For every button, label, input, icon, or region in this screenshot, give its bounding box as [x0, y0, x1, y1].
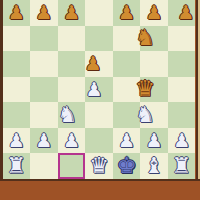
orange-pawn: ♟	[35, 3, 52, 22]
square-d5[interactable]: ♟	[85, 51, 113, 77]
square-f5[interactable]	[140, 51, 168, 77]
square-a5[interactable]	[3, 51, 31, 77]
square-d3[interactable]	[85, 102, 113, 128]
square-c4[interactable]	[58, 77, 86, 103]
white-pawn: ♟	[63, 131, 80, 150]
white-queen: ♛	[89, 155, 109, 177]
chess-game-screen: ♟♟♟♟♟♟♞♟♟♛♞♞♟♟♟♟♟♟♜♛♚♝♜	[0, 0, 200, 200]
square-e3[interactable]	[113, 102, 141, 128]
square-f2[interactable]: ♟	[140, 128, 168, 154]
white-pawn: ♟	[146, 131, 163, 150]
square-b2[interactable]: ♟	[30, 128, 58, 154]
square-f3[interactable]: ♞	[140, 102, 168, 128]
square-d4[interactable]: ♟	[85, 77, 113, 103]
square-a7[interactable]: ♟	[3, 0, 31, 26]
square-g7[interactable]: ♟	[168, 0, 196, 26]
square-b5[interactable]	[30, 51, 58, 77]
square-d7[interactable]	[85, 0, 113, 26]
square-c1[interactable]	[58, 153, 86, 179]
square-e1[interactable]: ♚	[113, 153, 141, 179]
orange-pawn: ♟	[118, 3, 135, 22]
square-g2[interactable]: ♟	[168, 128, 196, 154]
square-c7[interactable]: ♟	[58, 0, 86, 26]
white-pawn: ♟	[85, 80, 102, 99]
square-b1[interactable]	[30, 153, 58, 179]
square-c2[interactable]: ♟	[58, 128, 86, 154]
square-f7[interactable]: ♟	[140, 0, 168, 26]
square-f4[interactable]: ♛	[140, 77, 168, 103]
white-knight: ♞	[58, 104, 78, 126]
orange-pawn: ♟	[8, 3, 25, 22]
white-pawn: ♟	[173, 131, 190, 150]
white-pawn: ♟	[35, 131, 52, 150]
square-c5[interactable]	[58, 51, 86, 77]
square-f1[interactable]: ♝	[140, 153, 168, 179]
square-e5[interactable]	[113, 51, 141, 77]
square-a1[interactable]: ♜	[3, 153, 31, 179]
square-e6[interactable]	[113, 26, 141, 52]
white-bishop: ♝	[144, 155, 164, 177]
white-rook: ♜	[6, 155, 26, 177]
square-g1[interactable]: ♜	[168, 153, 196, 179]
square-a6[interactable]	[3, 26, 31, 52]
frame-right-trim	[198, 0, 200, 179]
orange-pawn: ♟	[63, 3, 80, 22]
chess-board: ♟♟♟♟♟♟♞♟♟♛♞♞♟♟♟♟♟♟♜♛♚♝♜	[3, 0, 196, 179]
square-d1[interactable]: ♛	[85, 153, 113, 179]
square-f6[interactable]: ♞	[140, 26, 168, 52]
square-d2[interactable]	[85, 128, 113, 154]
square-a3[interactable]	[3, 102, 31, 128]
board-frame-bottom	[0, 181, 200, 200]
square-g3[interactable]	[168, 102, 196, 128]
square-g4[interactable]	[168, 77, 196, 103]
orange-pawn: ♟	[146, 3, 163, 22]
square-b6[interactable]	[30, 26, 58, 52]
square-a2[interactable]: ♟	[3, 128, 31, 154]
board-border-left	[0, 0, 3, 179]
white-pawn: ♟	[118, 131, 135, 150]
square-a4[interactable]	[3, 77, 31, 103]
square-e2[interactable]: ♟	[113, 128, 141, 154]
square-e7[interactable]: ♟	[113, 0, 141, 26]
white-pawn: ♟	[8, 131, 25, 150]
square-e4[interactable]	[113, 77, 141, 103]
white-rook: ♜	[172, 155, 192, 177]
square-b7[interactable]: ♟	[30, 0, 58, 26]
square-b3[interactable]	[30, 102, 58, 128]
square-g6[interactable]	[168, 26, 196, 52]
orange-pawn: ♟	[177, 3, 194, 22]
square-b4[interactable]	[30, 77, 58, 103]
square-g5[interactable]	[168, 51, 196, 77]
square-c6[interactable]	[58, 26, 86, 52]
square-d6[interactable]	[85, 26, 113, 52]
orange-pawn: ♟	[84, 54, 101, 73]
white-king: ♚	[117, 155, 137, 177]
square-c3[interactable]: ♞	[58, 102, 86, 128]
